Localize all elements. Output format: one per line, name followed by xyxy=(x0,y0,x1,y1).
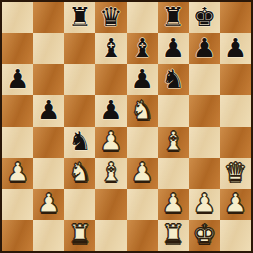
square-c6[interactable] xyxy=(64,64,95,95)
square-e6[interactable]: ♟ xyxy=(127,64,158,95)
square-g3[interactable] xyxy=(189,158,220,189)
square-b4[interactable] xyxy=(33,127,64,158)
square-h6[interactable] xyxy=(220,64,251,95)
square-d4[interactable]: ♟ xyxy=(95,127,126,158)
square-b6[interactable] xyxy=(33,64,64,95)
square-c2[interactable] xyxy=(64,189,95,220)
square-e2[interactable] xyxy=(127,189,158,220)
white-bishop-icon[interactable]: ♝ xyxy=(162,128,185,154)
white-queen-icon[interactable]: ♛ xyxy=(224,159,247,185)
square-g1[interactable]: ♚ xyxy=(189,220,220,251)
square-a2[interactable] xyxy=(2,189,33,220)
square-g4[interactable] xyxy=(189,127,220,158)
square-b3[interactable] xyxy=(33,158,64,189)
white-bishop-icon[interactable]: ♝ xyxy=(99,159,122,185)
square-h7[interactable]: ♟ xyxy=(220,33,251,64)
square-g2[interactable]: ♟ xyxy=(189,189,220,220)
square-g5[interactable] xyxy=(189,95,220,126)
black-pawn-icon[interactable]: ♟ xyxy=(130,66,153,92)
square-e5[interactable]: ♞ xyxy=(127,95,158,126)
square-c1[interactable]: ♜ xyxy=(64,220,95,251)
square-c8[interactable]: ♜ xyxy=(64,2,95,33)
black-rook-icon[interactable]: ♜ xyxy=(162,4,185,30)
square-a3[interactable]: ♟ xyxy=(2,158,33,189)
square-f7[interactable]: ♟ xyxy=(158,33,189,64)
square-c5[interactable] xyxy=(64,95,95,126)
square-d7[interactable]: ♝ xyxy=(95,33,126,64)
square-d1[interactable] xyxy=(95,220,126,251)
square-a4[interactable] xyxy=(2,127,33,158)
square-a8[interactable] xyxy=(2,2,33,33)
black-king-icon[interactable]: ♚ xyxy=(193,4,216,30)
black-pawn-icon[interactable]: ♟ xyxy=(162,35,185,61)
square-a1[interactable] xyxy=(2,220,33,251)
chess-board-frame: ♜♛♜♚♝♝♟♟♟♟♟♞♟♟♞♞♟♝♟♞♝♟♛♟♟♟♟♜♜♚ xyxy=(0,0,253,253)
square-c4[interactable]: ♞ xyxy=(64,127,95,158)
square-h8[interactable] xyxy=(220,2,251,33)
square-h1[interactable] xyxy=(220,220,251,251)
white-knight-icon[interactable]: ♞ xyxy=(68,159,91,185)
square-g7[interactable]: ♟ xyxy=(189,33,220,64)
white-rook-icon[interactable]: ♜ xyxy=(68,221,91,247)
black-knight-icon[interactable]: ♞ xyxy=(68,128,91,154)
square-g8[interactable]: ♚ xyxy=(189,2,220,33)
black-bishop-icon[interactable]: ♝ xyxy=(130,35,153,61)
square-d6[interactable] xyxy=(95,64,126,95)
square-d2[interactable] xyxy=(95,189,126,220)
square-b5[interactable]: ♟ xyxy=(33,95,64,126)
white-knight-icon[interactable]: ♞ xyxy=(130,97,153,123)
square-h5[interactable] xyxy=(220,95,251,126)
white-pawn-icon[interactable]: ♟ xyxy=(99,128,122,154)
square-h4[interactable] xyxy=(220,127,251,158)
square-f6[interactable]: ♞ xyxy=(158,64,189,95)
square-f2[interactable]: ♟ xyxy=(158,189,189,220)
square-f1[interactable]: ♜ xyxy=(158,220,189,251)
square-b8[interactable] xyxy=(33,2,64,33)
square-f3[interactable] xyxy=(158,158,189,189)
square-e4[interactable] xyxy=(127,127,158,158)
square-a5[interactable] xyxy=(2,95,33,126)
white-pawn-icon[interactable]: ♟ xyxy=(37,190,60,216)
square-f8[interactable]: ♜ xyxy=(158,2,189,33)
square-e8[interactable] xyxy=(127,2,158,33)
square-d8[interactable]: ♛ xyxy=(95,2,126,33)
square-c3[interactable]: ♞ xyxy=(64,158,95,189)
square-h3[interactable]: ♛ xyxy=(220,158,251,189)
square-c7[interactable] xyxy=(64,33,95,64)
white-pawn-icon[interactable]: ♟ xyxy=(193,190,216,216)
square-f5[interactable] xyxy=(158,95,189,126)
black-pawn-icon[interactable]: ♟ xyxy=(99,97,122,123)
square-d3[interactable]: ♝ xyxy=(95,158,126,189)
black-knight-icon[interactable]: ♞ xyxy=(162,66,185,92)
black-pawn-icon[interactable]: ♟ xyxy=(193,35,216,61)
square-e3[interactable]: ♟ xyxy=(127,158,158,189)
square-d5[interactable]: ♟ xyxy=(95,95,126,126)
white-pawn-icon[interactable]: ♟ xyxy=(130,159,153,185)
square-b1[interactable] xyxy=(33,220,64,251)
black-pawn-icon[interactable]: ♟ xyxy=(6,66,29,92)
square-a7[interactable] xyxy=(2,33,33,64)
page: ♜♛♜♚♝♝♟♟♟♟♟♞♟♟♞♞♟♝♟♞♝♟♛♟♟♟♟♜♜♚ xyxy=(0,0,253,253)
square-g6[interactable] xyxy=(189,64,220,95)
square-b2[interactable]: ♟ xyxy=(33,189,64,220)
white-king-icon[interactable]: ♚ xyxy=(193,221,216,247)
white-pawn-icon[interactable]: ♟ xyxy=(224,190,247,216)
black-pawn-icon[interactable]: ♟ xyxy=(37,97,60,123)
square-h2[interactable]: ♟ xyxy=(220,189,251,220)
square-f4[interactable]: ♝ xyxy=(158,127,189,158)
white-rook-icon[interactable]: ♜ xyxy=(162,221,185,247)
black-rook-icon[interactable]: ♜ xyxy=(68,4,91,30)
white-pawn-icon[interactable]: ♟ xyxy=(6,159,29,185)
black-bishop-icon[interactable]: ♝ xyxy=(99,35,122,61)
square-e1[interactable] xyxy=(127,220,158,251)
square-e7[interactable]: ♝ xyxy=(127,33,158,64)
black-pawn-icon[interactable]: ♟ xyxy=(224,35,247,61)
square-b7[interactable] xyxy=(33,33,64,64)
square-a6[interactable]: ♟ xyxy=(2,64,33,95)
chess-board: ♜♛♜♚♝♝♟♟♟♟♟♞♟♟♞♞♟♝♟♞♝♟♛♟♟♟♟♜♜♚ xyxy=(2,2,251,251)
white-pawn-icon[interactable]: ♟ xyxy=(162,190,185,216)
black-queen-icon[interactable]: ♛ xyxy=(99,4,122,30)
